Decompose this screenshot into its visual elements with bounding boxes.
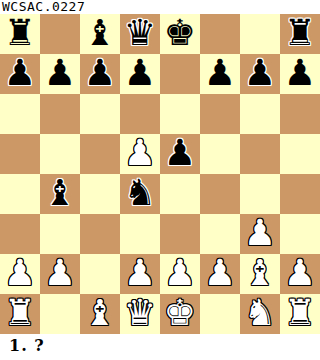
square-e1[interactable]: ♚ [160,294,200,334]
black-bishop: ♝ [44,173,76,213]
square-g1[interactable]: ♞ [240,294,280,334]
white-pawn: ♟ [204,253,236,293]
square-e5[interactable]: ♟ [160,134,200,174]
white-king: ♚ [164,293,196,333]
square-a2[interactable]: ♟ [0,254,40,294]
white-rook: ♜ [284,293,316,333]
square-g4[interactable] [240,174,280,214]
white-pawn: ♟ [44,253,76,293]
chess-board: ♜♝♛♚♜♟♟♟♟♟♟♟♟♟♝♞♟♟♟♟♟♟♝♟♜♝♛♚♞♜ [0,14,320,334]
square-f7[interactable]: ♟ [200,54,240,94]
square-d6[interactable] [120,94,160,134]
square-d4[interactable]: ♞ [120,174,160,214]
square-g3[interactable]: ♟ [240,214,280,254]
square-h6[interactable] [280,94,320,134]
black-pawn: ♟ [204,53,236,93]
square-f3[interactable] [200,214,240,254]
square-c7[interactable]: ♟ [80,54,120,94]
square-a4[interactable] [0,174,40,214]
square-g5[interactable] [240,134,280,174]
black-pawn: ♟ [164,133,196,173]
square-a6[interactable] [0,94,40,134]
white-rook: ♜ [4,293,36,333]
square-f1[interactable] [200,294,240,334]
square-h2[interactable]: ♟ [280,254,320,294]
square-h5[interactable] [280,134,320,174]
square-c2[interactable] [80,254,120,294]
white-bishop: ♝ [84,293,116,333]
square-e6[interactable] [160,94,200,134]
square-g7[interactable]: ♟ [240,54,280,94]
white-pawn: ♟ [284,253,316,293]
black-pawn: ♟ [284,53,316,93]
square-e2[interactable]: ♟ [160,254,200,294]
white-bishop: ♝ [244,253,276,293]
diagram-title: WCSAC.0227 [0,0,320,14]
square-a7[interactable]: ♟ [0,54,40,94]
white-pawn: ♟ [124,133,156,173]
black-rook: ♜ [284,13,316,53]
square-a5[interactable] [0,134,40,174]
square-a1[interactable]: ♜ [0,294,40,334]
black-rook: ♜ [4,13,36,53]
white-knight: ♞ [244,293,276,333]
square-f6[interactable] [200,94,240,134]
black-pawn: ♟ [124,53,156,93]
square-a8[interactable]: ♜ [0,14,40,54]
black-pawn: ♟ [4,53,36,93]
black-pawn: ♟ [244,53,276,93]
white-pawn: ♟ [4,253,36,293]
black-bishop: ♝ [84,13,116,53]
square-f5[interactable] [200,134,240,174]
white-pawn: ♟ [124,253,156,293]
square-c6[interactable] [80,94,120,134]
square-c3[interactable] [80,214,120,254]
square-e8[interactable]: ♚ [160,14,200,54]
square-d1[interactable]: ♛ [120,294,160,334]
square-c4[interactable] [80,174,120,214]
white-pawn: ♟ [244,213,276,253]
square-h7[interactable]: ♟ [280,54,320,94]
square-c5[interactable] [80,134,120,174]
square-b2[interactable]: ♟ [40,254,80,294]
black-queen: ♛ [124,13,156,53]
square-d2[interactable]: ♟ [120,254,160,294]
square-b8[interactable] [40,14,80,54]
square-b3[interactable] [40,214,80,254]
square-d5[interactable]: ♟ [120,134,160,174]
square-a3[interactable] [0,214,40,254]
square-b5[interactable] [40,134,80,174]
square-g2[interactable]: ♝ [240,254,280,294]
black-knight: ♞ [124,173,156,213]
move-prompt: 1. ? [0,334,320,360]
square-e7[interactable] [160,54,200,94]
black-king: ♚ [164,13,196,53]
square-c8[interactable]: ♝ [80,14,120,54]
square-g6[interactable] [240,94,280,134]
square-b1[interactable] [40,294,80,334]
black-pawn: ♟ [44,53,76,93]
white-pawn: ♟ [164,253,196,293]
square-c1[interactable]: ♝ [80,294,120,334]
square-h1[interactable]: ♜ [280,294,320,334]
white-queen: ♛ [124,293,156,333]
square-f4[interactable] [200,174,240,214]
black-pawn: ♟ [84,53,116,93]
square-g8[interactable] [240,14,280,54]
square-f8[interactable] [200,14,240,54]
square-b4[interactable]: ♝ [40,174,80,214]
square-h8[interactable]: ♜ [280,14,320,54]
square-f2[interactable]: ♟ [200,254,240,294]
square-e3[interactable] [160,214,200,254]
square-h4[interactable] [280,174,320,214]
square-b7[interactable]: ♟ [40,54,80,94]
square-e4[interactable] [160,174,200,214]
square-b6[interactable] [40,94,80,134]
square-d7[interactable]: ♟ [120,54,160,94]
square-d8[interactable]: ♛ [120,14,160,54]
square-h3[interactable] [280,214,320,254]
square-d3[interactable] [120,214,160,254]
